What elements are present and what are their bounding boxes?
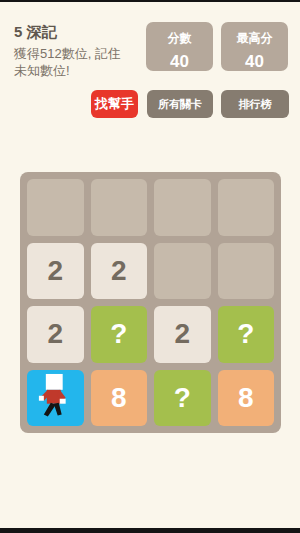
empty-cell-r2c4 <box>218 243 275 300</box>
tile-2-r3c3: 2 <box>154 306 211 363</box>
tile-8-r4c2: 8 <box>91 370 148 427</box>
empty-cell-r2c3 <box>154 243 211 300</box>
unknown-tile-r3c4: ? <box>218 306 275 363</box>
level-instructions-line2: 未知數位! <box>14 63 70 78</box>
empty-cell-r1c3 <box>154 179 211 236</box>
level-instructions-line1: 獲得512數位, 記住 <box>14 46 121 61</box>
player-tile-r4c1 <box>27 370 84 427</box>
empty-cell-r1c1 <box>27 179 84 236</box>
help-button[interactable]: 找幫手 <box>91 90 138 118</box>
empty-cell-r1c2 <box>91 179 148 236</box>
unknown-tile-r4c3: ? <box>154 370 211 427</box>
leaderboard-button[interactable]: 排行榜 <box>221 90 289 118</box>
tile-2-r3c1: 2 <box>27 306 84 363</box>
best-score-box: 最高分 40 <box>221 22 288 71</box>
top-screen-edge <box>0 0 300 2</box>
tile-2-r2c1: 2 <box>27 243 84 300</box>
best-score-label: 最高分 <box>221 30 288 47</box>
level-instructions: 獲得512數位, 記住 未知數位! <box>14 45 121 79</box>
best-score-value: 40 <box>221 52 288 72</box>
score-box: 分數 40 <box>146 22 213 71</box>
score-value: 40 <box>146 52 213 72</box>
empty-cell-r1c4 <box>218 179 275 236</box>
unknown-tile-r3c2: ? <box>91 306 148 363</box>
app-screen: 5 深記 獲得512數位, 記住 未知數位! 分數 40 最高分 40 找幫手 … <box>0 0 300 533</box>
game-board[interactable]: 222?2? 8?8 <box>20 172 281 433</box>
level-title: 5 深記 <box>14 23 57 42</box>
score-label: 分數 <box>146 30 213 47</box>
player-character-icon <box>27 370 84 427</box>
tile-8-r4c4: 8 <box>218 370 275 427</box>
bottom-screen-edge <box>0 528 300 533</box>
tile-2-r2c2: 2 <box>91 243 148 300</box>
all-levels-button[interactable]: 所有關卡 <box>147 90 213 118</box>
